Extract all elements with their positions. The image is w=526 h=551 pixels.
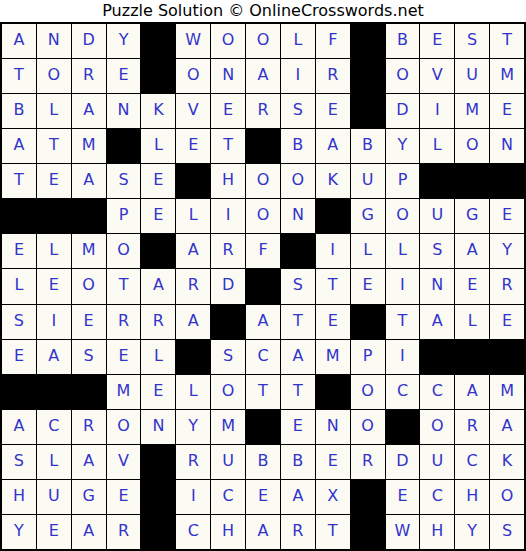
letter-cell: T: [211, 129, 245, 163]
letter-cell: T: [107, 269, 141, 303]
letter-cell: A: [2, 129, 36, 163]
letter-cell: B: [281, 445, 315, 479]
letter-cell: L: [455, 305, 489, 339]
letter-cell: C: [37, 410, 71, 444]
black-cell: [281, 234, 315, 268]
letter-cell: H: [211, 164, 245, 198]
letter-cell: E: [281, 410, 315, 444]
letter-cell: A: [281, 480, 315, 514]
letter-cell: A: [316, 129, 350, 163]
letter-cell: M: [490, 59, 524, 93]
letter-cell: E: [37, 164, 71, 198]
letter-cell: C: [420, 375, 454, 409]
letter-cell: N: [37, 24, 71, 58]
letter-cell: S: [72, 340, 106, 374]
letter-cell: A: [455, 375, 489, 409]
black-cell: [455, 340, 489, 374]
letter-cell: R: [490, 269, 524, 303]
black-cell: [420, 340, 454, 374]
letter-cell: L: [141, 129, 175, 163]
letter-cell: T: [316, 269, 350, 303]
letter-cell: T: [246, 375, 280, 409]
letter-cell: U: [420, 445, 454, 479]
crossword-grid: ANDYWOOLFBESTTOREONAIROVUMBLANKVERSEDIME…: [0, 22, 526, 551]
black-cell: [141, 24, 175, 58]
letter-cell: S: [2, 305, 36, 339]
letter-cell: P: [107, 199, 141, 233]
letter-cell: E: [72, 305, 106, 339]
letter-cell: E: [37, 515, 71, 549]
letter-cell: L: [37, 94, 71, 128]
letter-cell: R: [72, 59, 106, 93]
letter-cell: E: [490, 199, 524, 233]
letter-cell: M: [455, 94, 489, 128]
black-cell: [246, 269, 280, 303]
letter-cell: U: [455, 59, 489, 93]
letter-cell: V: [420, 59, 454, 93]
letter-cell: V: [176, 94, 210, 128]
letter-cell: I: [211, 199, 245, 233]
letter-cell: Y: [2, 515, 36, 549]
black-cell: [420, 164, 454, 198]
letter-cell: I: [386, 340, 420, 374]
letter-cell: S: [490, 515, 524, 549]
black-cell: [316, 375, 350, 409]
black-cell: [316, 199, 350, 233]
letter-cell: E: [2, 340, 36, 374]
letter-cell: C: [455, 445, 489, 479]
letter-cell: E: [107, 480, 141, 514]
letter-cell: R: [246, 94, 280, 128]
letter-cell: A: [72, 94, 106, 128]
letter-cell: L: [141, 340, 175, 374]
letter-cell: A: [176, 234, 210, 268]
letter-cell: M: [211, 410, 245, 444]
black-cell: [37, 199, 71, 233]
letter-cell: P: [386, 164, 420, 198]
letter-cell: O: [351, 410, 385, 444]
letter-cell: O: [72, 269, 106, 303]
letter-cell: B: [281, 129, 315, 163]
letter-cell: K: [490, 445, 524, 479]
letter-cell: H: [455, 480, 489, 514]
letter-cell: A: [141, 269, 175, 303]
letter-cell: D: [211, 269, 245, 303]
letter-cell: A: [2, 410, 36, 444]
letter-cell: O: [490, 480, 524, 514]
letter-cell: O: [386, 59, 420, 93]
letter-cell: N: [107, 94, 141, 128]
letter-cell: A: [72, 164, 106, 198]
letter-cell: A: [72, 515, 106, 549]
letter-cell: E: [490, 305, 524, 339]
letter-cell: E: [37, 269, 71, 303]
black-cell: [176, 164, 210, 198]
puzzle-solution-page: Puzzle Solution © OnlineCrosswords.net A…: [0, 0, 526, 551]
letter-cell: R: [281, 515, 315, 549]
letter-cell: O: [107, 234, 141, 268]
letter-cell: E: [2, 234, 36, 268]
letter-cell: C: [246, 340, 280, 374]
letter-cell: L: [386, 234, 420, 268]
letter-cell: D: [72, 24, 106, 58]
letter-cell: K: [316, 164, 350, 198]
letter-cell: G: [72, 480, 106, 514]
letter-cell: O: [455, 129, 489, 163]
letter-cell: R: [72, 410, 106, 444]
letter-cell: H: [2, 480, 36, 514]
letter-cell: G: [455, 199, 489, 233]
letter-cell: H: [420, 515, 454, 549]
letter-cell: T: [37, 129, 71, 163]
black-cell: [2, 375, 36, 409]
black-cell: [141, 445, 175, 479]
letter-cell: O: [246, 164, 280, 198]
letter-cell: O: [420, 410, 454, 444]
letter-cell: A: [246, 515, 280, 549]
letter-cell: L: [37, 234, 71, 268]
letter-cell: E: [420, 24, 454, 58]
black-cell: [141, 59, 175, 93]
letter-cell: F: [246, 234, 280, 268]
letter-cell: X: [316, 480, 350, 514]
black-cell: [490, 340, 524, 374]
letter-cell: N: [490, 129, 524, 163]
letter-cell: N: [316, 410, 350, 444]
black-cell: [351, 480, 385, 514]
letter-cell: L: [420, 129, 454, 163]
letter-cell: O: [246, 199, 280, 233]
letter-cell: E: [455, 269, 489, 303]
letter-cell: E: [386, 480, 420, 514]
black-cell: [490, 164, 524, 198]
letter-cell: T: [281, 305, 315, 339]
black-cell: [141, 234, 175, 268]
letter-cell: A: [420, 305, 454, 339]
letter-cell: R: [211, 234, 245, 268]
black-cell: [2, 199, 36, 233]
letter-cell: A: [37, 340, 71, 374]
letter-cell: O: [176, 59, 210, 93]
letter-cell: L: [176, 375, 210, 409]
black-cell: [141, 480, 175, 514]
letter-cell: O: [211, 24, 245, 58]
letter-cell: N: [141, 410, 175, 444]
letter-cell: E: [316, 305, 350, 339]
letter-cell: E: [107, 59, 141, 93]
letter-cell: A: [281, 340, 315, 374]
letter-cell: A: [246, 305, 280, 339]
letter-cell: U: [420, 199, 454, 233]
letter-cell: F: [316, 24, 350, 58]
letter-cell: T: [490, 24, 524, 58]
letter-cell: W: [386, 515, 420, 549]
letter-cell: A: [72, 445, 106, 479]
letter-cell: E: [246, 480, 280, 514]
letter-cell: L: [351, 234, 385, 268]
letter-cell: I: [37, 305, 71, 339]
black-cell: [351, 24, 385, 58]
letter-cell: Y: [107, 24, 141, 58]
letter-cell: R: [176, 269, 210, 303]
letter-cell: R: [107, 305, 141, 339]
letter-cell: L: [281, 24, 315, 58]
letter-cell: E: [176, 129, 210, 163]
letter-cell: T: [2, 59, 36, 93]
letter-cell: N: [211, 59, 245, 93]
letter-cell: O: [351, 375, 385, 409]
letter-cell: U: [351, 164, 385, 198]
letter-cell: T: [281, 375, 315, 409]
black-cell: [107, 129, 141, 163]
letter-cell: E: [490, 94, 524, 128]
letter-cell: S: [281, 94, 315, 128]
letter-cell: O: [107, 410, 141, 444]
letter-cell: I: [176, 480, 210, 514]
letter-cell: W: [176, 24, 210, 58]
black-cell: [455, 164, 489, 198]
letter-cell: I: [420, 94, 454, 128]
letter-cell: B: [246, 445, 280, 479]
black-cell: [351, 305, 385, 339]
letter-cell: P: [351, 340, 385, 374]
letter-cell: E: [316, 94, 350, 128]
letter-cell: R: [316, 59, 350, 93]
black-cell: [176, 340, 210, 374]
letter-cell: S: [107, 164, 141, 198]
letter-cell: L: [176, 199, 210, 233]
letter-cell: A: [176, 305, 210, 339]
letter-cell: Y: [386, 129, 420, 163]
letter-cell: L: [37, 445, 71, 479]
letter-cell: T: [386, 305, 420, 339]
letter-cell: I: [316, 234, 350, 268]
letter-cell: T: [316, 515, 350, 549]
letter-cell: M: [72, 234, 106, 268]
letter-cell: M: [72, 129, 106, 163]
black-cell: [351, 515, 385, 549]
letter-cell: B: [2, 94, 36, 128]
letter-cell: I: [386, 269, 420, 303]
letter-cell: E: [141, 164, 175, 198]
black-cell: [351, 59, 385, 93]
letter-cell: E: [107, 340, 141, 374]
letter-cell: S: [455, 24, 489, 58]
letter-cell: R: [107, 515, 141, 549]
letter-cell: O: [37, 59, 71, 93]
letter-cell: S: [281, 269, 315, 303]
black-cell: [351, 94, 385, 128]
letter-cell: H: [211, 515, 245, 549]
letter-cell: A: [490, 410, 524, 444]
letter-cell: O: [386, 199, 420, 233]
letter-cell: S: [211, 340, 245, 374]
letter-cell: Y: [490, 234, 524, 268]
letter-cell: C: [420, 480, 454, 514]
black-cell: [72, 199, 106, 233]
letter-cell: E: [141, 375, 175, 409]
letter-cell: R: [351, 445, 385, 479]
letter-cell: A: [246, 59, 280, 93]
letter-cell: N: [420, 269, 454, 303]
letter-cell: R: [455, 410, 489, 444]
letter-cell: O: [211, 375, 245, 409]
letter-cell: B: [386, 24, 420, 58]
letter-cell: S: [420, 234, 454, 268]
black-cell: [386, 410, 420, 444]
letter-cell: Y: [176, 410, 210, 444]
letter-cell: M: [107, 375, 141, 409]
letter-cell: O: [246, 24, 280, 58]
letter-cell: A: [2, 24, 36, 58]
letter-cell: V: [107, 445, 141, 479]
letter-cell: T: [2, 164, 36, 198]
letter-cell: C: [211, 480, 245, 514]
letter-cell: K: [141, 94, 175, 128]
letter-cell: M: [316, 340, 350, 374]
letter-cell: D: [386, 94, 420, 128]
letter-cell: U: [37, 480, 71, 514]
letter-cell: E: [141, 199, 175, 233]
letter-cell: G: [351, 199, 385, 233]
letter-cell: D: [386, 445, 420, 479]
letter-cell: N: [281, 199, 315, 233]
letter-cell: E: [211, 94, 245, 128]
black-cell: [141, 515, 175, 549]
black-cell: [211, 305, 245, 339]
black-cell: [72, 375, 106, 409]
letter-cell: I: [281, 59, 315, 93]
black-cell: [37, 375, 71, 409]
letter-cell: A: [455, 234, 489, 268]
letter-cell: C: [386, 375, 420, 409]
letter-cell: L: [2, 269, 36, 303]
letter-cell: O: [281, 164, 315, 198]
letter-cell: R: [176, 445, 210, 479]
letter-cell: U: [211, 445, 245, 479]
letter-cell: C: [176, 515, 210, 549]
black-cell: [246, 129, 280, 163]
letter-cell: B: [351, 129, 385, 163]
letter-cell: R: [141, 305, 175, 339]
page-title: Puzzle Solution © OnlineCrosswords.net: [0, 0, 526, 22]
letter-cell: E: [316, 445, 350, 479]
letter-cell: E: [351, 269, 385, 303]
letter-cell: M: [490, 375, 524, 409]
letter-cell: Y: [455, 515, 489, 549]
black-cell: [246, 410, 280, 444]
letter-cell: S: [2, 445, 36, 479]
